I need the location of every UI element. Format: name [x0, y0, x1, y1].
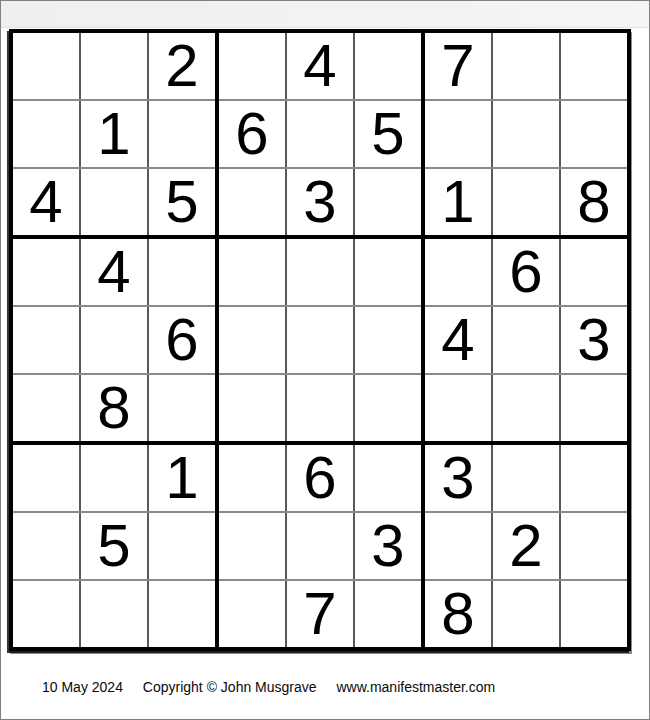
cell-r1c9[interactable] [560, 31, 629, 100]
sudoku-grid-body: 2471654531846643816353278 [11, 31, 629, 649]
cell-r2c7[interactable] [423, 100, 492, 168]
cell-r5c8[interactable] [492, 306, 560, 374]
cell-r6c5[interactable] [286, 374, 354, 443]
cell-r8c2[interactable]: 5 [80, 512, 148, 580]
grid-row-7: 163 [11, 443, 629, 512]
cell-r8c7[interactable] [423, 512, 492, 580]
cell-r8c1[interactable] [11, 512, 80, 580]
cell-r2c3[interactable] [148, 100, 217, 168]
cell-r7c4[interactable] [217, 443, 286, 512]
cell-r3c7[interactable]: 1 [423, 168, 492, 237]
cell-r8c3[interactable] [148, 512, 217, 580]
grid-row-1: 247 [11, 31, 629, 100]
cell-r9c7[interactable]: 8 [423, 580, 492, 649]
cell-r8c4[interactable] [217, 512, 286, 580]
cell-r6c2[interactable]: 8 [80, 374, 148, 443]
cell-r3c2[interactable] [80, 168, 148, 237]
footer-website: www.manifestmaster.com [336, 679, 495, 695]
cell-r7c1[interactable] [11, 443, 80, 512]
cell-r3c8[interactable] [492, 168, 560, 237]
cell-r3c1[interactable]: 4 [11, 168, 80, 237]
cell-r8c5[interactable] [286, 512, 354, 580]
cell-r1c2[interactable] [80, 31, 148, 100]
cell-r6c7[interactable] [423, 374, 492, 443]
cell-r9c6[interactable] [354, 580, 423, 649]
cell-r1c5[interactable]: 4 [286, 31, 354, 100]
cell-r5c3[interactable]: 6 [148, 306, 217, 374]
grid-row-2: 165 [11, 100, 629, 168]
cell-r5c5[interactable] [286, 306, 354, 374]
footer-copyright: Copyright © John Musgrave [143, 679, 317, 695]
cell-r9c1[interactable] [11, 580, 80, 649]
cell-r3c3[interactable]: 5 [148, 168, 217, 237]
cell-r4c9[interactable] [560, 237, 629, 306]
cell-r3c5[interactable]: 3 [286, 168, 354, 237]
cell-r6c3[interactable] [148, 374, 217, 443]
cell-r7c5[interactable]: 6 [286, 443, 354, 512]
cell-r2c1[interactable] [11, 100, 80, 168]
cell-r2c2[interactable]: 1 [80, 100, 148, 168]
cell-r6c6[interactable] [354, 374, 423, 443]
cell-r4c3[interactable] [148, 237, 217, 306]
cell-r2c4[interactable]: 6 [217, 100, 286, 168]
cell-r4c6[interactable] [354, 237, 423, 306]
cell-r2c9[interactable] [560, 100, 629, 168]
cell-r9c9[interactable] [560, 580, 629, 649]
top-band [1, 1, 649, 28]
cell-r1c7[interactable]: 7 [423, 31, 492, 100]
cell-r4c8[interactable]: 6 [492, 237, 560, 306]
cell-r9c8[interactable] [492, 580, 560, 649]
cell-r5c9[interactable]: 3 [560, 306, 629, 374]
grid-row-5: 643 [11, 306, 629, 374]
cell-r1c3[interactable]: 2 [148, 31, 217, 100]
cell-r7c3[interactable]: 1 [148, 443, 217, 512]
cell-r9c5[interactable]: 7 [286, 580, 354, 649]
cell-r9c4[interactable] [217, 580, 286, 649]
cell-r5c4[interactable] [217, 306, 286, 374]
cell-r5c7[interactable]: 4 [423, 306, 492, 374]
cell-r2c5[interactable] [286, 100, 354, 168]
cell-r5c2[interactable] [80, 306, 148, 374]
cell-r7c8[interactable] [492, 443, 560, 512]
footer-date: 10 May 2024 [42, 679, 123, 695]
cell-r7c7[interactable]: 3 [423, 443, 492, 512]
cell-r3c6[interactable] [354, 168, 423, 237]
cell-r6c9[interactable] [560, 374, 629, 443]
cell-r5c1[interactable] [11, 306, 80, 374]
cell-r7c9[interactable] [560, 443, 629, 512]
cell-r8c8[interactable]: 2 [492, 512, 560, 580]
cell-r3c4[interactable] [217, 168, 286, 237]
cell-r6c8[interactable] [492, 374, 560, 443]
cell-r7c6[interactable] [354, 443, 423, 512]
cell-r5c6[interactable] [354, 306, 423, 374]
cell-r8c6[interactable]: 3 [354, 512, 423, 580]
cell-r2c6[interactable]: 5 [354, 100, 423, 168]
cell-r4c2[interactable]: 4 [80, 237, 148, 306]
cell-r4c7[interactable] [423, 237, 492, 306]
cell-r2c8[interactable] [492, 100, 560, 168]
grid-row-9: 78 [11, 580, 629, 649]
sudoku-grid: 2471654531846643816353278 [9, 29, 631, 651]
grid-row-3: 45318 [11, 168, 629, 237]
grid-row-8: 532 [11, 512, 629, 580]
cell-r6c1[interactable] [11, 374, 80, 443]
cell-r4c4[interactable] [217, 237, 286, 306]
cell-r1c1[interactable] [11, 31, 80, 100]
cell-r9c2[interactable] [80, 580, 148, 649]
cell-r1c4[interactable] [217, 31, 286, 100]
cell-r9c3[interactable] [148, 580, 217, 649]
cell-r4c5[interactable] [286, 237, 354, 306]
footer: 10 May 2024 Copyright © John Musgrave ww… [42, 679, 495, 695]
cell-r7c2[interactable] [80, 443, 148, 512]
cell-r8c9[interactable] [560, 512, 629, 580]
grid-row-6: 8 [11, 374, 629, 443]
cell-r1c8[interactable] [492, 31, 560, 100]
grid-row-4: 46 [11, 237, 629, 306]
cell-r3c9[interactable]: 8 [560, 168, 629, 237]
cell-r6c4[interactable] [217, 374, 286, 443]
cell-r4c1[interactable] [11, 237, 80, 306]
cell-r1c6[interactable] [354, 31, 423, 100]
